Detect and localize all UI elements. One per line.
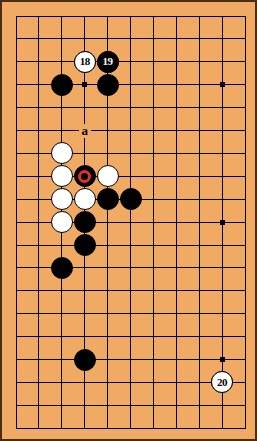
grid-line-horizontal xyxy=(16,130,246,131)
move-number: 18 xyxy=(80,56,90,67)
white-stone xyxy=(51,211,73,233)
black-stone xyxy=(120,188,142,210)
hoshi-point xyxy=(82,82,87,87)
white-stone xyxy=(97,165,119,187)
grid-line-horizontal xyxy=(16,359,246,360)
go-board: 181920a xyxy=(2,2,255,439)
numbered-white-stone: 18 xyxy=(74,51,96,73)
grid-line-horizontal xyxy=(16,428,246,429)
white-stone xyxy=(51,188,73,210)
numbered-black-stone: 19 xyxy=(97,51,119,73)
black-stone xyxy=(51,74,73,96)
hoshi-point xyxy=(220,220,225,225)
grid-line-horizontal xyxy=(16,107,246,108)
move-number: 20 xyxy=(217,377,227,388)
black-stone xyxy=(97,188,119,210)
point-label: a xyxy=(79,124,91,138)
go-diagram: 181920a xyxy=(0,0,257,441)
grid-line-horizontal xyxy=(16,245,246,246)
grid-line-horizontal xyxy=(16,336,246,337)
black-stone xyxy=(51,257,73,279)
marked-stone-circle xyxy=(78,170,91,183)
black-stone xyxy=(97,74,119,96)
grid-line-horizontal xyxy=(16,16,246,17)
grid-line-horizontal xyxy=(16,38,246,39)
white-stone xyxy=(51,165,73,187)
hoshi-point xyxy=(220,82,225,87)
black-stone xyxy=(74,234,96,256)
hoshi-point xyxy=(220,357,225,362)
black-stone xyxy=(74,349,96,371)
black-stone xyxy=(74,211,96,233)
grid-line-horizontal xyxy=(16,313,246,314)
grid-line-horizontal xyxy=(16,61,246,62)
white-stone xyxy=(51,142,73,164)
move-number: 19 xyxy=(103,56,113,67)
grid-line-horizontal xyxy=(16,290,246,291)
grid-line-horizontal xyxy=(16,153,246,154)
white-stone xyxy=(74,188,96,210)
grid-line-horizontal xyxy=(16,405,246,406)
numbered-white-stone: 20 xyxy=(211,371,233,393)
